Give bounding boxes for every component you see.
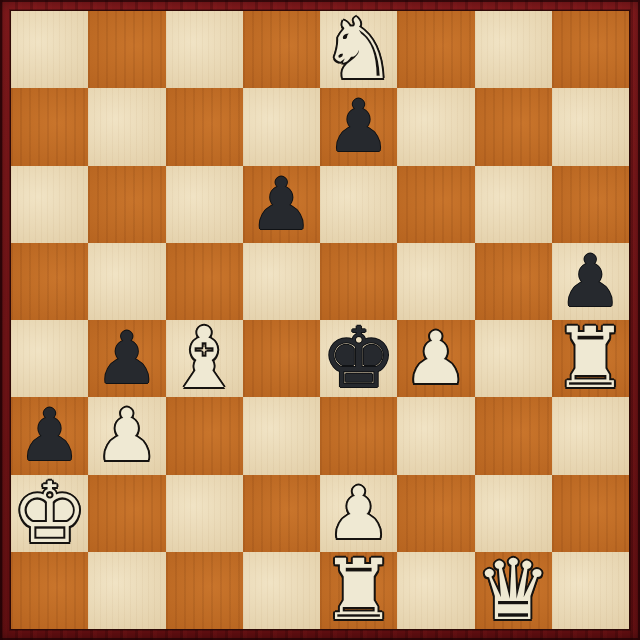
square-b7[interactable] [88, 88, 165, 165]
piece-black-pawn[interactable]: ♟ [326, 88, 391, 165]
square-a2[interactable]: ♚ [11, 475, 88, 552]
square-b8[interactable] [88, 11, 165, 88]
square-g6[interactable] [475, 166, 552, 243]
square-h6[interactable] [552, 166, 629, 243]
square-b6[interactable] [88, 166, 165, 243]
square-g8[interactable] [475, 11, 552, 88]
square-c6[interactable] [166, 166, 243, 243]
square-a8[interactable] [11, 11, 88, 88]
square-a5[interactable] [11, 243, 88, 320]
square-f3[interactable] [397, 397, 474, 474]
piece-black-pawn[interactable]: ♟ [249, 166, 314, 243]
square-h8[interactable] [552, 11, 629, 88]
square-d3[interactable] [243, 397, 320, 474]
square-e7[interactable]: ♟ [320, 88, 397, 165]
square-h3[interactable] [552, 397, 629, 474]
piece-white-king[interactable]: ♚ [12, 475, 87, 552]
square-f2[interactable] [397, 475, 474, 552]
square-h1[interactable] [552, 552, 629, 629]
piece-white-rook[interactable]: ♜ [553, 320, 628, 397]
piece-white-queen[interactable]: ♛ [475, 552, 550, 629]
board-frame: ♞♟♟♟♟♝♚♟♜♟♟♚♟♜♛ [0, 0, 640, 640]
square-f7[interactable] [397, 88, 474, 165]
square-g1[interactable]: ♛ [475, 552, 552, 629]
square-b1[interactable] [88, 552, 165, 629]
square-f8[interactable] [397, 11, 474, 88]
square-h7[interactable] [552, 88, 629, 165]
chess-board: ♞♟♟♟♟♝♚♟♜♟♟♚♟♜♛ [11, 11, 629, 629]
square-b5[interactable] [88, 243, 165, 320]
square-b4[interactable]: ♟ [88, 320, 165, 397]
square-d8[interactable] [243, 11, 320, 88]
piece-white-knight[interactable]: ♞ [321, 11, 396, 88]
square-e6[interactable] [320, 166, 397, 243]
square-d4[interactable] [243, 320, 320, 397]
piece-black-pawn[interactable]: ♟ [17, 397, 82, 474]
piece-white-rook[interactable]: ♜ [321, 552, 396, 629]
piece-black-pawn[interactable]: ♟ [95, 320, 160, 397]
square-g7[interactable] [475, 88, 552, 165]
square-e1[interactable]: ♜ [320, 552, 397, 629]
square-c7[interactable] [166, 88, 243, 165]
square-d1[interactable] [243, 552, 320, 629]
square-h4[interactable]: ♜ [552, 320, 629, 397]
square-e3[interactable] [320, 397, 397, 474]
square-a7[interactable] [11, 88, 88, 165]
square-c8[interactable] [166, 11, 243, 88]
square-g3[interactable] [475, 397, 552, 474]
square-f4[interactable]: ♟ [397, 320, 474, 397]
square-c2[interactable] [166, 475, 243, 552]
square-c1[interactable] [166, 552, 243, 629]
square-a1[interactable] [11, 552, 88, 629]
piece-black-king[interactable]: ♚ [321, 320, 396, 397]
square-f6[interactable] [397, 166, 474, 243]
square-c3[interactable] [166, 397, 243, 474]
piece-white-pawn[interactable]: ♟ [404, 320, 469, 397]
square-d6[interactable]: ♟ [243, 166, 320, 243]
square-g5[interactable] [475, 243, 552, 320]
square-h2[interactable] [552, 475, 629, 552]
square-e8[interactable]: ♞ [320, 11, 397, 88]
square-a6[interactable] [11, 166, 88, 243]
square-b2[interactable] [88, 475, 165, 552]
piece-white-pawn[interactable]: ♟ [95, 397, 160, 474]
square-d7[interactable] [243, 88, 320, 165]
square-f1[interactable] [397, 552, 474, 629]
square-a3[interactable]: ♟ [11, 397, 88, 474]
square-f5[interactable] [397, 243, 474, 320]
square-d2[interactable] [243, 475, 320, 552]
piece-white-bishop[interactable]: ♝ [166, 320, 241, 397]
square-e4[interactable]: ♚ [320, 320, 397, 397]
square-g4[interactable] [475, 320, 552, 397]
square-b3[interactable]: ♟ [88, 397, 165, 474]
square-a4[interactable] [11, 320, 88, 397]
square-d5[interactable] [243, 243, 320, 320]
square-c4[interactable]: ♝ [166, 320, 243, 397]
